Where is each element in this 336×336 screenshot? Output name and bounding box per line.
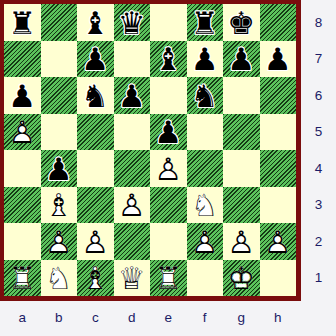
rank-label-3: 3 [301,187,336,224]
white-pawn: ♟♙ [264,227,292,258]
piece-glyph-outline: ♙ [8,117,36,148]
square-b4[interactable]: ♟ [41,150,78,187]
square-c7[interactable]: ♟ [77,41,114,78]
file-label-b: b [41,301,78,334]
piece-glyph-outline: ♙ [154,154,182,185]
square-g2[interactable]: ♟♙ [223,223,260,260]
square-a1[interactable]: ♜♖ [4,260,41,297]
white-bishop: ♝♗ [45,190,73,221]
chess-board: ♜♝♛♜♚♟♝♟♟♟♟♞♟♞♟♙♟♟♟♙♝♗♟♙♞♘♟♙♟♙♟♙♟♙♟♙♜♖♞♘… [4,4,296,296]
black-rook: ♜ [8,8,36,39]
square-h1[interactable] [260,260,297,297]
square-d7[interactable] [114,41,151,78]
white-pawn: ♟♙ [227,227,255,258]
black-bishop: ♝ [154,44,182,75]
white-pawn: ♟♙ [8,117,36,148]
file-label-f: f [187,301,224,334]
square-c8[interactable]: ♝ [77,4,114,41]
square-h7[interactable]: ♟ [260,41,297,78]
square-c5[interactable] [77,114,114,151]
black-king: ♚ [227,8,255,39]
square-a2[interactable] [4,223,41,260]
file-label-e: e [150,301,187,334]
square-c1[interactable]: ♝♗ [77,260,114,297]
piece-glyph-outline: ♔ [227,263,255,294]
black-pawn: ♟ [45,154,73,185]
square-h2[interactable]: ♟♙ [260,223,297,260]
square-a4[interactable] [4,150,41,187]
white-pawn: ♟♙ [118,190,146,221]
square-a8[interactable]: ♜ [4,4,41,41]
square-f4[interactable] [187,150,224,187]
square-d5[interactable] [114,114,151,151]
file-label-d: d [114,301,151,334]
piece-glyph-outline: ♖ [8,263,36,294]
square-c2[interactable]: ♟♙ [77,223,114,260]
square-a3[interactable] [4,187,41,224]
board-frame: ♜♝♛♜♚♟♝♟♟♟♟♞♟♞♟♙♟♟♟♙♝♗♟♙♞♘♟♙♟♙♟♙♟♙♟♙♜♖♞♘… [0,0,301,301]
file-labels: abcdefgh [4,301,296,334]
square-g3[interactable] [223,187,260,224]
square-e8[interactable] [150,4,187,41]
piece-glyph-outline: ♙ [191,227,219,258]
square-f7[interactable]: ♟ [187,41,224,78]
square-e1[interactable]: ♜♖ [150,260,187,297]
black-knight: ♞ [191,81,219,112]
piece-glyph-outline: ♙ [264,227,292,258]
square-d4[interactable] [114,150,151,187]
square-f8[interactable]: ♜ [187,4,224,41]
white-pawn: ♟♙ [191,227,219,258]
piece-glyph-outline: ♙ [227,227,255,258]
black-knight: ♞ [81,81,109,112]
black-pawn: ♟ [154,117,182,148]
black-rook: ♜ [191,8,219,39]
square-b2[interactable]: ♟♙ [41,223,78,260]
file-label-h: h [260,301,297,334]
black-pawn: ♟ [264,44,292,75]
white-knight: ♞♘ [45,263,73,294]
square-f1[interactable] [187,260,224,297]
piece-glyph-outline: ♘ [45,263,73,294]
file-label-g: g [223,301,260,334]
square-f5[interactable] [187,114,224,151]
square-h5[interactable] [260,114,297,151]
file-label-a: a [4,301,41,334]
rank-label-1: 1 [301,260,336,297]
black-pawn: ♟ [8,81,36,112]
chess-diagram: ♜♝♛♜♚♟♝♟♟♟♟♞♟♞♟♙♟♟♟♙♝♗♟♙♞♘♟♙♟♙♟♙♟♙♟♙♜♖♞♘… [0,0,336,336]
square-f2[interactable]: ♟♙ [187,223,224,260]
black-pawn: ♟ [81,44,109,75]
square-b1[interactable]: ♞♘ [41,260,78,297]
piece-glyph-outline: ♗ [81,263,109,294]
square-c4[interactable] [77,150,114,187]
rank-label-4: 4 [301,150,336,187]
black-pawn: ♟ [191,44,219,75]
square-d2[interactable] [114,223,151,260]
square-d8[interactable]: ♛ [114,4,151,41]
square-g8[interactable]: ♚ [223,4,260,41]
black-bishop: ♝ [81,8,109,39]
rank-label-2: 2 [301,223,336,260]
square-g7[interactable]: ♟ [223,41,260,78]
square-a6[interactable]: ♟ [4,77,41,114]
square-b7[interactable] [41,41,78,78]
black-pawn: ♟ [118,81,146,112]
square-b3[interactable]: ♝♗ [41,187,78,224]
square-e6[interactable] [150,77,187,114]
square-g1[interactable]: ♚♔ [223,260,260,297]
square-d3[interactable]: ♟♙ [114,187,151,224]
white-pawn: ♟♙ [154,154,182,185]
rank-label-5: 5 [301,114,336,151]
white-queen: ♛♕ [118,263,146,294]
white-bishop: ♝♗ [81,263,109,294]
file-label-c: c [77,301,114,334]
piece-glyph-outline: ♘ [191,190,219,221]
square-b5[interactable] [41,114,78,151]
white-rook: ♜♖ [154,263,182,294]
square-e3[interactable] [150,187,187,224]
rank-label-7: 7 [301,41,336,78]
square-a5[interactable]: ♟♙ [4,114,41,151]
square-e4[interactable]: ♟♙ [150,150,187,187]
square-h6[interactable] [260,77,297,114]
square-e2[interactable] [150,223,187,260]
square-b6[interactable] [41,77,78,114]
white-pawn: ♟♙ [81,227,109,258]
piece-glyph-outline: ♖ [154,263,182,294]
square-f6[interactable]: ♞ [187,77,224,114]
rank-labels: 87654321 [301,4,336,296]
white-king: ♚♔ [227,263,255,294]
square-d1[interactable]: ♛♕ [114,260,151,297]
square-g4[interactable] [223,150,260,187]
square-h8[interactable] [260,4,297,41]
white-pawn: ♟♙ [45,227,73,258]
square-g5[interactable] [223,114,260,151]
black-queen: ♛ [118,8,146,39]
piece-glyph-outline: ♗ [45,190,73,221]
square-c6[interactable]: ♞ [77,77,114,114]
square-g6[interactable] [223,77,260,114]
rank-label-6: 6 [301,77,336,114]
piece-glyph-outline: ♙ [81,227,109,258]
square-e5[interactable]: ♟ [150,114,187,151]
square-c3[interactable] [77,187,114,224]
piece-glyph-outline: ♙ [45,227,73,258]
black-pawn: ♟ [227,44,255,75]
square-h3[interactable] [260,187,297,224]
square-e7[interactable]: ♝ [150,41,187,78]
square-h4[interactable] [260,150,297,187]
square-a7[interactable] [4,41,41,78]
square-b8[interactable] [41,4,78,41]
piece-glyph-outline: ♙ [118,190,146,221]
rank-label-8: 8 [301,4,336,41]
piece-glyph-outline: ♕ [118,263,146,294]
white-knight: ♞♘ [191,190,219,221]
square-f3[interactable]: ♞♘ [187,187,224,224]
white-rook: ♜♖ [8,263,36,294]
square-d6[interactable]: ♟ [114,77,151,114]
